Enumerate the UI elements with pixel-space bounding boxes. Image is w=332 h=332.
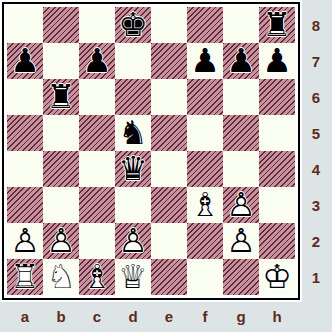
- chess-diagram: ♚♜♟♟♟♟♟♜♞♛♝♗♟♙♟♙♟♙♟♙♟♙♜♖♞♘♝♗♛♕♚♔ 8765432…: [0, 0, 332, 332]
- square-d8[interactable]: ♚: [115, 7, 151, 43]
- square-b5[interactable]: [43, 115, 79, 151]
- square-h6[interactable]: [259, 79, 295, 115]
- square-g5[interactable]: [223, 115, 259, 151]
- white-queen[interactable]: ♛♕: [115, 259, 151, 295]
- white-bishop[interactable]: ♝♗: [187, 187, 223, 223]
- white-pawn-outline: ♙: [43, 223, 79, 259]
- black-rook-glyph: ♜: [259, 7, 295, 43]
- board-grid: ♚♜♟♟♟♟♟♜♞♛♝♗♟♙♟♙♟♙♟♙♟♙♜♖♞♘♝♗♛♕♚♔: [7, 7, 295, 295]
- white-pawn[interactable]: ♟♙: [223, 187, 259, 223]
- square-e6[interactable]: [151, 79, 187, 115]
- square-b6[interactable]: ♜: [43, 79, 79, 115]
- square-b4[interactable]: [43, 151, 79, 187]
- square-b1[interactable]: ♞♘: [43, 259, 79, 295]
- white-king-outline: ♔: [259, 259, 295, 295]
- square-h5[interactable]: [259, 115, 295, 151]
- square-f8[interactable]: [187, 7, 223, 43]
- square-d1[interactable]: ♛♕: [115, 259, 151, 295]
- white-knight-outline: ♘: [43, 259, 79, 295]
- black-pawn[interactable]: ♟: [223, 43, 259, 79]
- rank-label-8: 8: [302, 7, 330, 43]
- square-d3[interactable]: [115, 187, 151, 223]
- square-h3[interactable]: [259, 187, 295, 223]
- black-pawn[interactable]: ♟: [259, 43, 295, 79]
- rank-label-5: 5: [302, 115, 330, 151]
- white-rook[interactable]: ♜♖: [7, 259, 43, 295]
- square-c1[interactable]: ♝♗: [79, 259, 115, 295]
- square-a8[interactable]: [7, 7, 43, 43]
- file-label-c: c: [79, 302, 115, 330]
- chess-board: ♚♜♟♟♟♟♟♜♞♛♝♗♟♙♟♙♟♙♟♙♟♙♜♖♞♘♝♗♛♕♚♔: [0, 0, 302, 302]
- black-king-glyph: ♚: [115, 7, 151, 43]
- white-pawn-outline: ♙: [7, 223, 43, 259]
- white-king[interactable]: ♚♔: [259, 259, 295, 295]
- rank-label-6: 6: [302, 79, 330, 115]
- square-g6[interactable]: [223, 79, 259, 115]
- file-labels: abcdefgh: [7, 302, 295, 330]
- black-knight-glyph: ♞: [115, 115, 151, 151]
- square-a2[interactable]: ♟♙: [7, 223, 43, 259]
- square-a4[interactable]: [7, 151, 43, 187]
- white-knight[interactable]: ♞♘: [43, 259, 79, 295]
- square-c4[interactable]: [79, 151, 115, 187]
- square-e4[interactable]: [151, 151, 187, 187]
- file-label-b: b: [43, 302, 79, 330]
- square-c3[interactable]: [79, 187, 115, 223]
- square-g3[interactable]: ♟♙: [223, 187, 259, 223]
- black-pawn[interactable]: ♟: [187, 43, 223, 79]
- square-e3[interactable]: [151, 187, 187, 223]
- square-a5[interactable]: [7, 115, 43, 151]
- white-pawn-outline: ♙: [223, 187, 259, 223]
- square-a3[interactable]: [7, 187, 43, 223]
- square-c7[interactable]: ♟: [79, 43, 115, 79]
- file-label-d: d: [115, 302, 151, 330]
- square-c8[interactable]: [79, 7, 115, 43]
- square-e8[interactable]: [151, 7, 187, 43]
- square-b7[interactable]: [43, 43, 79, 79]
- square-b8[interactable]: [43, 7, 79, 43]
- square-g1[interactable]: [223, 259, 259, 295]
- white-pawn-outline: ♙: [115, 223, 151, 259]
- white-bishop-outline: ♗: [187, 187, 223, 223]
- black-pawn[interactable]: ♟: [7, 43, 43, 79]
- rank-label-4: 4: [302, 151, 330, 187]
- square-e7[interactable]: [151, 43, 187, 79]
- square-g2[interactable]: ♟♙: [223, 223, 259, 259]
- black-pawn-glyph: ♟: [259, 43, 295, 79]
- black-knight[interactable]: ♞: [115, 115, 151, 151]
- file-label-g: g: [223, 302, 259, 330]
- black-king[interactable]: ♚: [115, 7, 151, 43]
- square-h8[interactable]: ♜: [259, 7, 295, 43]
- white-bishop-outline: ♗: [79, 259, 115, 295]
- white-queen-outline: ♕: [115, 259, 151, 295]
- black-rook[interactable]: ♜: [259, 7, 295, 43]
- rank-label-7: 7: [302, 43, 330, 79]
- rank-label-2: 2: [302, 223, 330, 259]
- square-a1[interactable]: ♜♖: [7, 259, 43, 295]
- square-d5[interactable]: ♞: [115, 115, 151, 151]
- black-pawn-glyph: ♟: [223, 43, 259, 79]
- square-g8[interactable]: [223, 7, 259, 43]
- square-d6[interactable]: [115, 79, 151, 115]
- square-f1[interactable]: [187, 259, 223, 295]
- square-a7[interactable]: ♟: [7, 43, 43, 79]
- square-b2[interactable]: ♟♙: [43, 223, 79, 259]
- file-label-e: e: [151, 302, 187, 330]
- square-h4[interactable]: [259, 151, 295, 187]
- square-h2[interactable]: [259, 223, 295, 259]
- black-pawn-glyph: ♟: [7, 43, 43, 79]
- square-f4[interactable]: [187, 151, 223, 187]
- square-e1[interactable]: [151, 259, 187, 295]
- white-pawn-outline: ♙: [223, 223, 259, 259]
- square-e2[interactable]: [151, 223, 187, 259]
- square-d2[interactable]: ♟♙: [115, 223, 151, 259]
- square-c5[interactable]: [79, 115, 115, 151]
- square-d4[interactable]: ♛: [115, 151, 151, 187]
- square-f5[interactable]: [187, 115, 223, 151]
- square-a6[interactable]: [7, 79, 43, 115]
- square-c2[interactable]: [79, 223, 115, 259]
- white-bishop[interactable]: ♝♗: [79, 259, 115, 295]
- black-queen[interactable]: ♛: [115, 151, 151, 187]
- square-h1[interactable]: ♚♔: [259, 259, 295, 295]
- white-pawn[interactable]: ♟♙: [7, 223, 43, 259]
- white-pawn[interactable]: ♟♙: [115, 223, 151, 259]
- file-label-f: f: [187, 302, 223, 330]
- square-g4[interactable]: [223, 151, 259, 187]
- rank-label-3: 3: [302, 187, 330, 223]
- square-f3[interactable]: ♝♗: [187, 187, 223, 223]
- square-g7[interactable]: ♟: [223, 43, 259, 79]
- square-d7[interactable]: [115, 43, 151, 79]
- black-pawn-glyph: ♟: [79, 43, 115, 79]
- white-rook-outline: ♖: [7, 259, 43, 295]
- white-pawn[interactable]: ♟♙: [223, 223, 259, 259]
- board-border: ♚♜♟♟♟♟♟♜♞♛♝♗♟♙♟♙♟♙♟♙♟♙♜♖♞♘♝♗♛♕♚♔: [2, 2, 300, 300]
- square-c6[interactable]: [79, 79, 115, 115]
- rank-labels: 87654321: [302, 7, 330, 295]
- black-pawn-glyph: ♟: [187, 43, 223, 79]
- file-label-a: a: [7, 302, 43, 330]
- square-h7[interactable]: ♟: [259, 43, 295, 79]
- square-f6[interactable]: [187, 79, 223, 115]
- file-label-h: h: [259, 302, 295, 330]
- black-rook-glyph: ♜: [43, 79, 79, 115]
- black-queen-glyph: ♛: [115, 151, 151, 187]
- square-b3[interactable]: [43, 187, 79, 223]
- black-rook[interactable]: ♜: [43, 79, 79, 115]
- square-f7[interactable]: ♟: [187, 43, 223, 79]
- square-e5[interactable]: [151, 115, 187, 151]
- rank-label-1: 1: [302, 259, 330, 295]
- white-pawn[interactable]: ♟♙: [43, 223, 79, 259]
- black-pawn[interactable]: ♟: [79, 43, 115, 79]
- square-f2[interactable]: [187, 223, 223, 259]
